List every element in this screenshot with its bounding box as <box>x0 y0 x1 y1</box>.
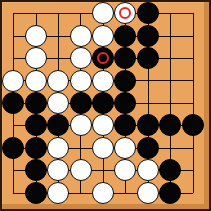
intersection-r6c6[interactable] <box>114 114 137 137</box>
white-stone <box>47 70 69 92</box>
black-stone <box>137 2 159 24</box>
intersection-r2c7[interactable] <box>136 24 159 47</box>
black-stone <box>25 182 47 204</box>
intersection-r2c9[interactable] <box>181 24 204 47</box>
black-stone <box>2 137 24 159</box>
intersection-r7c8[interactable] <box>159 136 182 159</box>
intersection-r8c9[interactable] <box>181 159 204 182</box>
white-stone <box>47 182 69 204</box>
white-stone <box>47 137 69 159</box>
intersection-r3c7[interactable] <box>136 47 159 70</box>
intersection-r8c4[interactable] <box>69 159 92 182</box>
intersection-r7c6[interactable] <box>114 136 137 159</box>
intersection-r8c6[interactable] <box>114 159 137 182</box>
intersection-r9c7[interactable] <box>136 181 159 204</box>
black-stone <box>25 159 47 181</box>
white-stone <box>25 70 47 92</box>
intersection-r5c6[interactable] <box>114 91 137 114</box>
intersection-r6c8[interactable] <box>159 114 182 137</box>
intersection-r3c8[interactable] <box>159 47 182 70</box>
intersection-r4c1[interactable] <box>2 69 25 92</box>
white-stone <box>70 159 92 181</box>
intersection-r5c7[interactable] <box>136 91 159 114</box>
intersection-r2c5[interactable] <box>91 24 114 47</box>
intersection-r1c7[interactable] <box>136 2 159 25</box>
intersection-r7c7[interactable] <box>136 136 159 159</box>
black-stone <box>114 114 136 136</box>
intersection-r3c4[interactable] <box>69 47 92 70</box>
white-stone <box>92 70 114 92</box>
intersection-r8c5[interactable] <box>91 159 114 182</box>
black-stone <box>25 114 47 136</box>
intersection-r6c2[interactable] <box>24 114 47 137</box>
intersection-r4c7[interactable] <box>136 69 159 92</box>
intersection-r3c6[interactable] <box>114 47 137 70</box>
go-board <box>0 0 211 211</box>
intersection-r6c4[interactable] <box>69 114 92 137</box>
white-stone <box>2 70 24 92</box>
intersection-r7c2[interactable] <box>24 136 47 159</box>
intersection-r3c5[interactable] <box>91 47 114 70</box>
black-stone <box>137 25 159 47</box>
intersection-r2c2[interactable] <box>24 24 47 47</box>
white-stone <box>92 137 114 159</box>
black-stone <box>159 114 181 136</box>
intersection-r6c5[interactable] <box>91 114 114 137</box>
intersection-r5c2[interactable] <box>24 91 47 114</box>
white-stone <box>92 2 114 24</box>
black-stone <box>25 137 47 159</box>
intersection-r5c9[interactable] <box>181 91 204 114</box>
intersection-r5c8[interactable] <box>159 91 182 114</box>
intersection-r3c9[interactable] <box>181 47 204 70</box>
black-stone <box>92 47 114 69</box>
white-stone <box>25 47 47 69</box>
white-stone <box>25 25 47 47</box>
white-stone <box>137 182 159 204</box>
black-stone <box>25 92 47 114</box>
white-stone <box>137 159 159 181</box>
white-stone <box>114 137 136 159</box>
white-stone <box>92 182 114 204</box>
intersection-r3c1[interactable] <box>2 47 25 70</box>
intersection-r3c3[interactable] <box>47 47 70 70</box>
intersection-r9c8[interactable] <box>159 181 182 204</box>
intersection-r4c3[interactable] <box>47 69 70 92</box>
white-stone <box>70 114 92 136</box>
intersection-r1c5[interactable] <box>91 2 114 25</box>
black-stone <box>137 47 159 69</box>
black-stone <box>114 92 136 114</box>
black-stone <box>137 137 159 159</box>
intersection-r4c5[interactable] <box>91 69 114 92</box>
intersection-r4c4[interactable] <box>69 69 92 92</box>
intersection-r7c9[interactable] <box>181 136 204 159</box>
intersection-r7c1[interactable] <box>2 136 25 159</box>
intersection-r1c6[interactable] <box>114 2 137 25</box>
black-stone <box>2 92 24 114</box>
intersection-r8c1[interactable] <box>2 159 25 182</box>
intersection-r9c4[interactable] <box>69 181 92 204</box>
white-stone <box>47 92 69 114</box>
black-stone <box>70 92 92 114</box>
white-stone <box>70 70 92 92</box>
intersection-r8c7[interactable] <box>136 159 159 182</box>
intersection-r6c9[interactable] <box>181 114 204 137</box>
white-stone <box>114 2 136 24</box>
intersection-r9c3[interactable] <box>47 181 70 204</box>
intersection-r5c5[interactable] <box>91 91 114 114</box>
black-stone <box>92 92 114 114</box>
black-stone <box>114 70 136 92</box>
go-diagram <box>0 0 211 211</box>
intersection-r1c1[interactable] <box>2 2 25 25</box>
red-circle-marker <box>119 7 131 19</box>
white-stone <box>70 47 92 69</box>
intersection-r5c1[interactable] <box>2 91 25 114</box>
intersection-r4c8[interactable] <box>159 69 182 92</box>
intersection-r4c2[interactable] <box>24 69 47 92</box>
intersection-r8c2[interactable] <box>24 159 47 182</box>
white-stone <box>70 25 92 47</box>
intersection-r3c2[interactable] <box>24 47 47 70</box>
intersection-r5c4[interactable] <box>69 91 92 114</box>
black-stone <box>159 182 181 204</box>
intersection-r7c3[interactable] <box>47 136 70 159</box>
intersection-r2c3[interactable] <box>47 24 70 47</box>
black-stone <box>137 114 159 136</box>
intersection-r6c1[interactable] <box>2 114 25 137</box>
black-stone <box>114 25 136 47</box>
intersection-r4c6[interactable] <box>114 69 137 92</box>
black-stone <box>159 159 181 181</box>
intersection-r2c4[interactable] <box>69 24 92 47</box>
intersection-r7c5[interactable] <box>91 136 114 159</box>
intersection-r2c1[interactable] <box>2 24 25 47</box>
intersection-r8c8[interactable] <box>159 159 182 182</box>
black-stone <box>47 114 69 136</box>
intersection-r6c7[interactable] <box>136 114 159 137</box>
red-circle-marker <box>97 52 109 64</box>
intersection-r2c6[interactable] <box>114 24 137 47</box>
intersection-r1c9[interactable] <box>181 2 204 25</box>
intersection-r6c3[interactable] <box>47 114 70 137</box>
intersection-r1c3[interactable] <box>47 2 70 25</box>
intersection-r9c6[interactable] <box>114 181 137 204</box>
white-stone <box>114 159 136 181</box>
intersection-r4c9[interactable] <box>181 69 204 92</box>
white-stone <box>92 25 114 47</box>
black-stone <box>114 47 136 69</box>
intersection-r7c4[interactable] <box>69 136 92 159</box>
intersection-r1c4[interactable] <box>69 2 92 25</box>
intersection-r1c2[interactable] <box>24 2 47 25</box>
white-stone <box>92 114 114 136</box>
intersection-r9c2[interactable] <box>24 181 47 204</box>
intersection-r8c3[interactable] <box>47 159 70 182</box>
intersection-r9c9[interactable] <box>181 181 204 204</box>
intersection-r2c8[interactable] <box>159 24 182 47</box>
intersection-r5c3[interactable] <box>47 91 70 114</box>
intersection-r9c5[interactable] <box>91 181 114 204</box>
black-stone <box>182 114 204 136</box>
white-stone <box>47 159 69 181</box>
intersection-r1c8[interactable] <box>159 2 182 25</box>
intersection-r9c1[interactable] <box>2 181 25 204</box>
